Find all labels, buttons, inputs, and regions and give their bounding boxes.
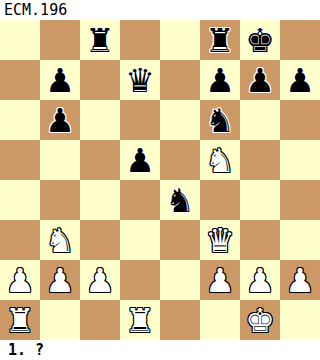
white-knight[interactable]: ♞	[45, 224, 75, 257]
square-h6[interactable]	[280, 100, 320, 140]
square-c1[interactable]	[80, 300, 120, 340]
square-g7[interactable]: ♟	[240, 60, 280, 100]
square-c3[interactable]	[80, 220, 120, 260]
white-pawn[interactable]: ♟	[5, 264, 35, 297]
square-a2[interactable]: ♟	[0, 260, 40, 300]
square-c4[interactable]	[80, 180, 120, 220]
square-e4[interactable]: ♞	[160, 180, 200, 220]
black-knight[interactable]: ♞	[165, 184, 195, 217]
square-f1[interactable]	[200, 300, 240, 340]
square-a5[interactable]	[0, 140, 40, 180]
white-rook[interactable]: ♜	[125, 304, 155, 337]
white-king[interactable]: ♚	[245, 304, 275, 337]
square-e2[interactable]	[160, 260, 200, 300]
square-c6[interactable]	[80, 100, 120, 140]
square-c8[interactable]: ♜	[80, 20, 120, 60]
square-f7[interactable]: ♟	[200, 60, 240, 100]
square-g3[interactable]	[240, 220, 280, 260]
square-f2[interactable]: ♟	[200, 260, 240, 300]
square-f4[interactable]	[200, 180, 240, 220]
white-pawn[interactable]: ♟	[285, 264, 315, 297]
square-d8[interactable]	[120, 20, 160, 60]
square-d2[interactable]	[120, 260, 160, 300]
square-h3[interactable]	[280, 220, 320, 260]
white-pawn[interactable]: ♟	[205, 264, 235, 297]
square-b5[interactable]	[40, 140, 80, 180]
square-f8[interactable]: ♜	[200, 20, 240, 60]
square-d7[interactable]: ♛	[120, 60, 160, 100]
square-a6[interactable]	[0, 100, 40, 140]
square-d5[interactable]: ♟	[120, 140, 160, 180]
square-e3[interactable]	[160, 220, 200, 260]
white-knight[interactable]: ♞	[205, 144, 235, 177]
square-h1[interactable]	[280, 300, 320, 340]
white-rook[interactable]: ♜	[5, 304, 35, 337]
square-b1[interactable]	[40, 300, 80, 340]
square-a4[interactable]	[0, 180, 40, 220]
square-f6[interactable]: ♞	[200, 100, 240, 140]
square-b3[interactable]: ♞	[40, 220, 80, 260]
black-queen[interactable]: ♛	[125, 64, 155, 97]
black-rook[interactable]: ♜	[85, 24, 115, 57]
black-pawn[interactable]: ♟	[45, 64, 75, 97]
chess-app: ECM.196 ♜♜♚♟♛♟♟♟♟♞♟♞♞♞♛♟♟♟♟♟♟♜♜♚ 1. ?	[0, 0, 320, 360]
square-h7[interactable]: ♟	[280, 60, 320, 100]
square-a7[interactable]	[0, 60, 40, 100]
black-pawn[interactable]: ♟	[205, 64, 235, 97]
square-d6[interactable]	[120, 100, 160, 140]
square-b6[interactable]: ♟	[40, 100, 80, 140]
square-b8[interactable]	[40, 20, 80, 60]
square-h5[interactable]	[280, 140, 320, 180]
square-e8[interactable]	[160, 20, 200, 60]
square-a3[interactable]	[0, 220, 40, 260]
square-d4[interactable]	[120, 180, 160, 220]
black-pawn[interactable]: ♟	[45, 104, 75, 137]
white-pawn[interactable]: ♟	[85, 264, 115, 297]
black-knight[interactable]: ♞	[205, 104, 235, 137]
square-c7[interactable]	[80, 60, 120, 100]
black-king[interactable]: ♚	[245, 24, 275, 57]
black-rook[interactable]: ♜	[205, 24, 235, 57]
square-b2[interactable]: ♟	[40, 260, 80, 300]
page-title: ECM.196	[0, 0, 320, 20]
black-pawn[interactable]: ♟	[285, 64, 315, 97]
square-e6[interactable]	[160, 100, 200, 140]
square-c5[interactable]	[80, 140, 120, 180]
square-g6[interactable]	[240, 100, 280, 140]
black-pawn[interactable]: ♟	[125, 144, 155, 177]
square-f3[interactable]: ♛	[200, 220, 240, 260]
square-g2[interactable]: ♟	[240, 260, 280, 300]
square-e7[interactable]	[160, 60, 200, 100]
white-queen[interactable]: ♛	[205, 224, 235, 257]
square-e1[interactable]	[160, 300, 200, 340]
square-a1[interactable]: ♜	[0, 300, 40, 340]
square-a8[interactable]	[0, 20, 40, 60]
square-d1[interactable]: ♜	[120, 300, 160, 340]
square-h4[interactable]	[280, 180, 320, 220]
square-h2[interactable]: ♟	[280, 260, 320, 300]
square-b4[interactable]	[40, 180, 80, 220]
white-pawn[interactable]: ♟	[45, 264, 75, 297]
black-pawn[interactable]: ♟	[245, 64, 275, 97]
square-g4[interactable]	[240, 180, 280, 220]
square-c2[interactable]: ♟	[80, 260, 120, 300]
square-e5[interactable]	[160, 140, 200, 180]
chess-board: ♜♜♚♟♛♟♟♟♟♞♟♞♞♞♛♟♟♟♟♟♟♜♜♚	[0, 20, 320, 340]
square-g5[interactable]	[240, 140, 280, 180]
square-g1[interactable]: ♚	[240, 300, 280, 340]
square-d3[interactable]	[120, 220, 160, 260]
white-pawn[interactable]: ♟	[245, 264, 275, 297]
square-b7[interactable]: ♟	[40, 60, 80, 100]
square-g8[interactable]: ♚	[240, 20, 280, 60]
square-f5[interactable]: ♞	[200, 140, 240, 180]
move-prompt: 1. ?	[0, 340, 320, 360]
square-h8[interactable]	[280, 20, 320, 60]
